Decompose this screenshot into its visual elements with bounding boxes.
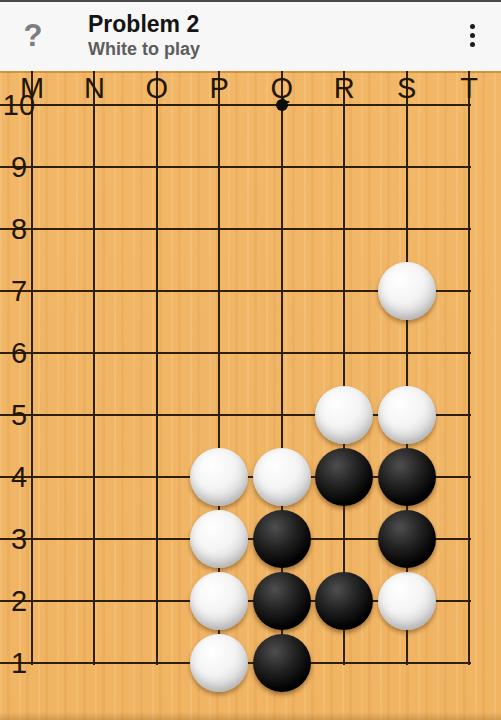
white-stone bbox=[190, 572, 248, 630]
black-stone bbox=[253, 510, 311, 568]
white-stone bbox=[378, 572, 436, 630]
app-screen: ? Problem 2 White to play MNOPQRST 10987… bbox=[0, 0, 501, 720]
go-board[interactable]: MNOPQRST 10987654321 bbox=[0, 71, 501, 720]
help-button[interactable]: ? bbox=[0, 18, 66, 54]
white-stone bbox=[315, 386, 373, 444]
white-stone bbox=[253, 448, 311, 506]
black-stone bbox=[378, 510, 436, 568]
page-title: Problem 2 bbox=[88, 11, 443, 38]
white-stone bbox=[190, 448, 248, 506]
stones-grid bbox=[1, 74, 500, 694]
white-stone bbox=[190, 634, 248, 692]
page-subtitle: White to play bbox=[88, 38, 443, 60]
statusbar-strip bbox=[0, 0, 501, 2]
black-stone bbox=[315, 572, 373, 630]
black-stone bbox=[378, 448, 436, 506]
white-stone bbox=[190, 510, 248, 568]
black-stone bbox=[253, 572, 311, 630]
kebab-dot bbox=[470, 33, 475, 38]
white-stone bbox=[378, 262, 436, 320]
black-stone bbox=[253, 634, 311, 692]
white-stone bbox=[378, 386, 436, 444]
black-stone bbox=[315, 448, 373, 506]
kebab-dot bbox=[470, 24, 475, 29]
kebab-dot bbox=[470, 42, 475, 47]
app-header: ? Problem 2 White to play bbox=[0, 0, 501, 71]
header-titles: Problem 2 White to play bbox=[66, 11, 443, 60]
overflow-menu-button[interactable] bbox=[443, 8, 501, 64]
